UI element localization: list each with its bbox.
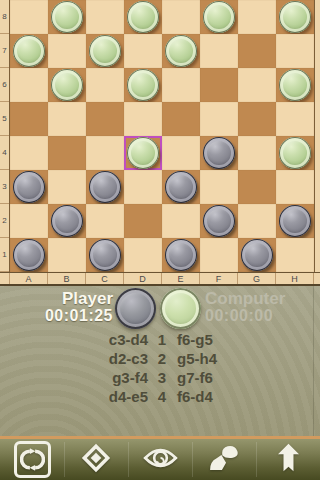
square-a1[interactable] [10, 238, 48, 272]
square-h8[interactable] [276, 0, 314, 34]
toolbar [0, 439, 320, 480]
rank-label-7: 7 [0, 34, 9, 68]
file-label-b: B [48, 273, 86, 284]
square-h5[interactable] [276, 102, 314, 136]
square-f5[interactable] [200, 102, 238, 136]
toolbar-button-restart[interactable] [0, 439, 64, 480]
gray-piece-c3[interactable] [89, 171, 121, 203]
square-b4[interactable] [48, 136, 86, 170]
green-piece-h8[interactable] [279, 1, 311, 33]
rank-label-1: 1 [0, 238, 9, 272]
move-row-2: d2-c32g5-h4 [0, 349, 320, 368]
rank-label-5: 5 [0, 102, 9, 136]
green-piece-h6[interactable] [279, 69, 311, 101]
white-move: c3-d4 [0, 330, 148, 349]
square-e5[interactable] [162, 102, 200, 136]
square-b7[interactable] [48, 34, 86, 68]
checkers-app-screen: 87654321 ABCDEFGH Player 00:01:25 Comput… [0, 0, 320, 480]
file-strip-corner [0, 273, 10, 284]
green-piece-d6[interactable] [127, 69, 159, 101]
square-e4[interactable] [162, 136, 200, 170]
file-label-c: C [86, 273, 124, 284]
bonsai-icon [208, 443, 241, 476]
square-a2[interactable] [10, 204, 48, 238]
square-e2[interactable] [162, 204, 200, 238]
square-b2[interactable] [48, 204, 86, 238]
rank-label-4: 4 [0, 136, 9, 170]
square-g8[interactable] [238, 0, 276, 34]
square-g7[interactable] [238, 34, 276, 68]
square-c7[interactable] [86, 34, 124, 68]
black-move: f6-g5 [176, 330, 320, 349]
square-a4[interactable] [10, 136, 48, 170]
green-piece-e7[interactable] [165, 35, 197, 67]
square-b8[interactable] [48, 0, 86, 34]
board: 87654321 ABCDEFGH [0, 0, 320, 286]
square-g1[interactable] [238, 238, 276, 272]
toolbar-button-diamond[interactable] [64, 439, 128, 480]
move-number: 2 [148, 349, 176, 368]
square-d3[interactable] [124, 170, 162, 204]
square-c1[interactable] [86, 238, 124, 272]
square-c4[interactable] [86, 136, 124, 170]
square-b5[interactable] [48, 102, 86, 136]
white-move: d4-e5 [0, 387, 148, 406]
gray-piece-b2[interactable] [51, 205, 83, 237]
file-label-f: F [200, 273, 238, 284]
restart-icon [14, 441, 51, 478]
gray-piece-a3[interactable] [13, 171, 45, 203]
square-h1[interactable] [276, 238, 314, 272]
move-number: 3 [148, 368, 176, 387]
player-piece-icon [115, 288, 156, 329]
square-a5[interactable] [10, 102, 48, 136]
green-piece-f8[interactable] [203, 1, 235, 33]
toolbar-button-eye[interactable] [128, 439, 192, 480]
square-f6[interactable] [200, 68, 238, 102]
square-a7[interactable] [10, 34, 48, 68]
square-b1[interactable] [48, 238, 86, 272]
player-clock: 00:01:25 [0, 307, 113, 325]
board-right-margin [314, 0, 320, 272]
square-c3[interactable] [86, 170, 124, 204]
black-move: g7-f6 [176, 368, 320, 387]
square-f4[interactable] [200, 136, 238, 170]
square-f2[interactable] [200, 204, 238, 238]
black-move: g5-h4 [176, 349, 320, 368]
gray-piece-a1[interactable] [13, 239, 45, 271]
square-b6[interactable] [48, 68, 86, 102]
square-c2[interactable] [86, 204, 124, 238]
gray-piece-c1[interactable] [89, 239, 121, 271]
square-g4[interactable] [238, 136, 276, 170]
rank-label-8: 8 [0, 0, 9, 34]
file-label-e: E [162, 273, 200, 284]
rank-label-3: 3 [0, 170, 9, 204]
rank-labels: 87654321 [0, 0, 10, 272]
file-strip-margin [314, 273, 320, 284]
rank-label-2: 2 [0, 204, 9, 238]
computer-clock: 00:00:00 [205, 307, 273, 325]
green-piece-b6[interactable] [51, 69, 83, 101]
move-number: 1 [148, 330, 176, 349]
green-piece-b8[interactable] [51, 1, 83, 33]
square-e3[interactable] [162, 170, 200, 204]
board-squares [10, 0, 314, 272]
file-label-a: A [10, 273, 48, 284]
square-c5[interactable] [86, 102, 124, 136]
rank-label-6: 6 [0, 68, 9, 102]
green-piece-a7[interactable] [13, 35, 45, 67]
square-h7[interactable] [276, 34, 314, 68]
square-a6[interactable] [10, 68, 48, 102]
square-d2[interactable] [124, 204, 162, 238]
square-b3[interactable] [48, 170, 86, 204]
square-g2[interactable] [238, 204, 276, 238]
square-e8[interactable] [162, 0, 200, 34]
computer-piece-icon [160, 288, 201, 329]
square-f1[interactable] [200, 238, 238, 272]
file-label-g: G [238, 273, 276, 284]
square-h2[interactable] [276, 204, 314, 238]
square-c6[interactable] [86, 68, 124, 102]
square-c8[interactable] [86, 0, 124, 34]
green-piece-d8[interactable] [127, 1, 159, 33]
square-d8[interactable] [124, 0, 162, 34]
move-list: c3-d41f6-g5d2-c32g5-h4g3-f43g7-f6d4-e54f… [0, 330, 320, 406]
move-number: 4 [148, 387, 176, 406]
square-d4[interactable] [124, 136, 162, 170]
square-g5[interactable] [238, 102, 276, 136]
white-move: d2-c3 [0, 349, 148, 368]
square-h3[interactable] [276, 170, 314, 204]
square-d6[interactable] [124, 68, 162, 102]
white-move: g3-f4 [0, 368, 148, 387]
gray-piece-g1[interactable] [241, 239, 273, 271]
move-row-1: c3-d41f6-g5 [0, 330, 320, 349]
player-label: Player [0, 289, 113, 309]
square-h4[interactable] [276, 136, 314, 170]
square-h6[interactable] [276, 68, 314, 102]
green-piece-c7[interactable] [89, 35, 121, 67]
green-piece-h4[interactable] [279, 137, 311, 169]
gray-piece-e1[interactable] [165, 239, 197, 271]
move-row-3: g3-f43g7-f6 [0, 368, 320, 387]
square-d7[interactable] [124, 34, 162, 68]
square-g6[interactable] [238, 68, 276, 102]
eye-icon [143, 446, 178, 474]
square-e6[interactable] [162, 68, 200, 102]
square-a3[interactable] [10, 170, 48, 204]
gray-piece-f4[interactable] [203, 137, 235, 169]
file-label-d: D [124, 273, 162, 284]
file-labels: ABCDEFGH [0, 272, 320, 286]
square-f8[interactable] [200, 0, 238, 34]
square-e1[interactable] [162, 238, 200, 272]
computer-label: Computer [205, 289, 285, 309]
arrow-up-icon [275, 442, 302, 477]
square-d1[interactable] [124, 238, 162, 272]
gray-piece-f2[interactable] [203, 205, 235, 237]
square-f3[interactable] [200, 170, 238, 204]
black-move: f6-d4 [176, 387, 320, 406]
square-a8[interactable] [10, 0, 48, 34]
square-g3[interactable] [238, 170, 276, 204]
move-row-4: d4-e54f6-d4 [0, 387, 320, 406]
green-piece-d4[interactable] [127, 137, 159, 169]
square-d5[interactable] [124, 102, 162, 136]
gray-piece-e3[interactable] [165, 171, 197, 203]
square-e7[interactable] [162, 34, 200, 68]
toolbar-button-arrow-up[interactable] [256, 439, 320, 480]
gray-piece-h2[interactable] [279, 205, 311, 237]
info-panel: Player 00:01:25 Computer 00:00:00 c3-d41… [0, 286, 320, 436]
toolbar-button-bonsai[interactable] [192, 439, 256, 480]
square-f7[interactable] [200, 34, 238, 68]
file-label-h: H [276, 273, 314, 284]
diamond-icon [81, 443, 111, 477]
